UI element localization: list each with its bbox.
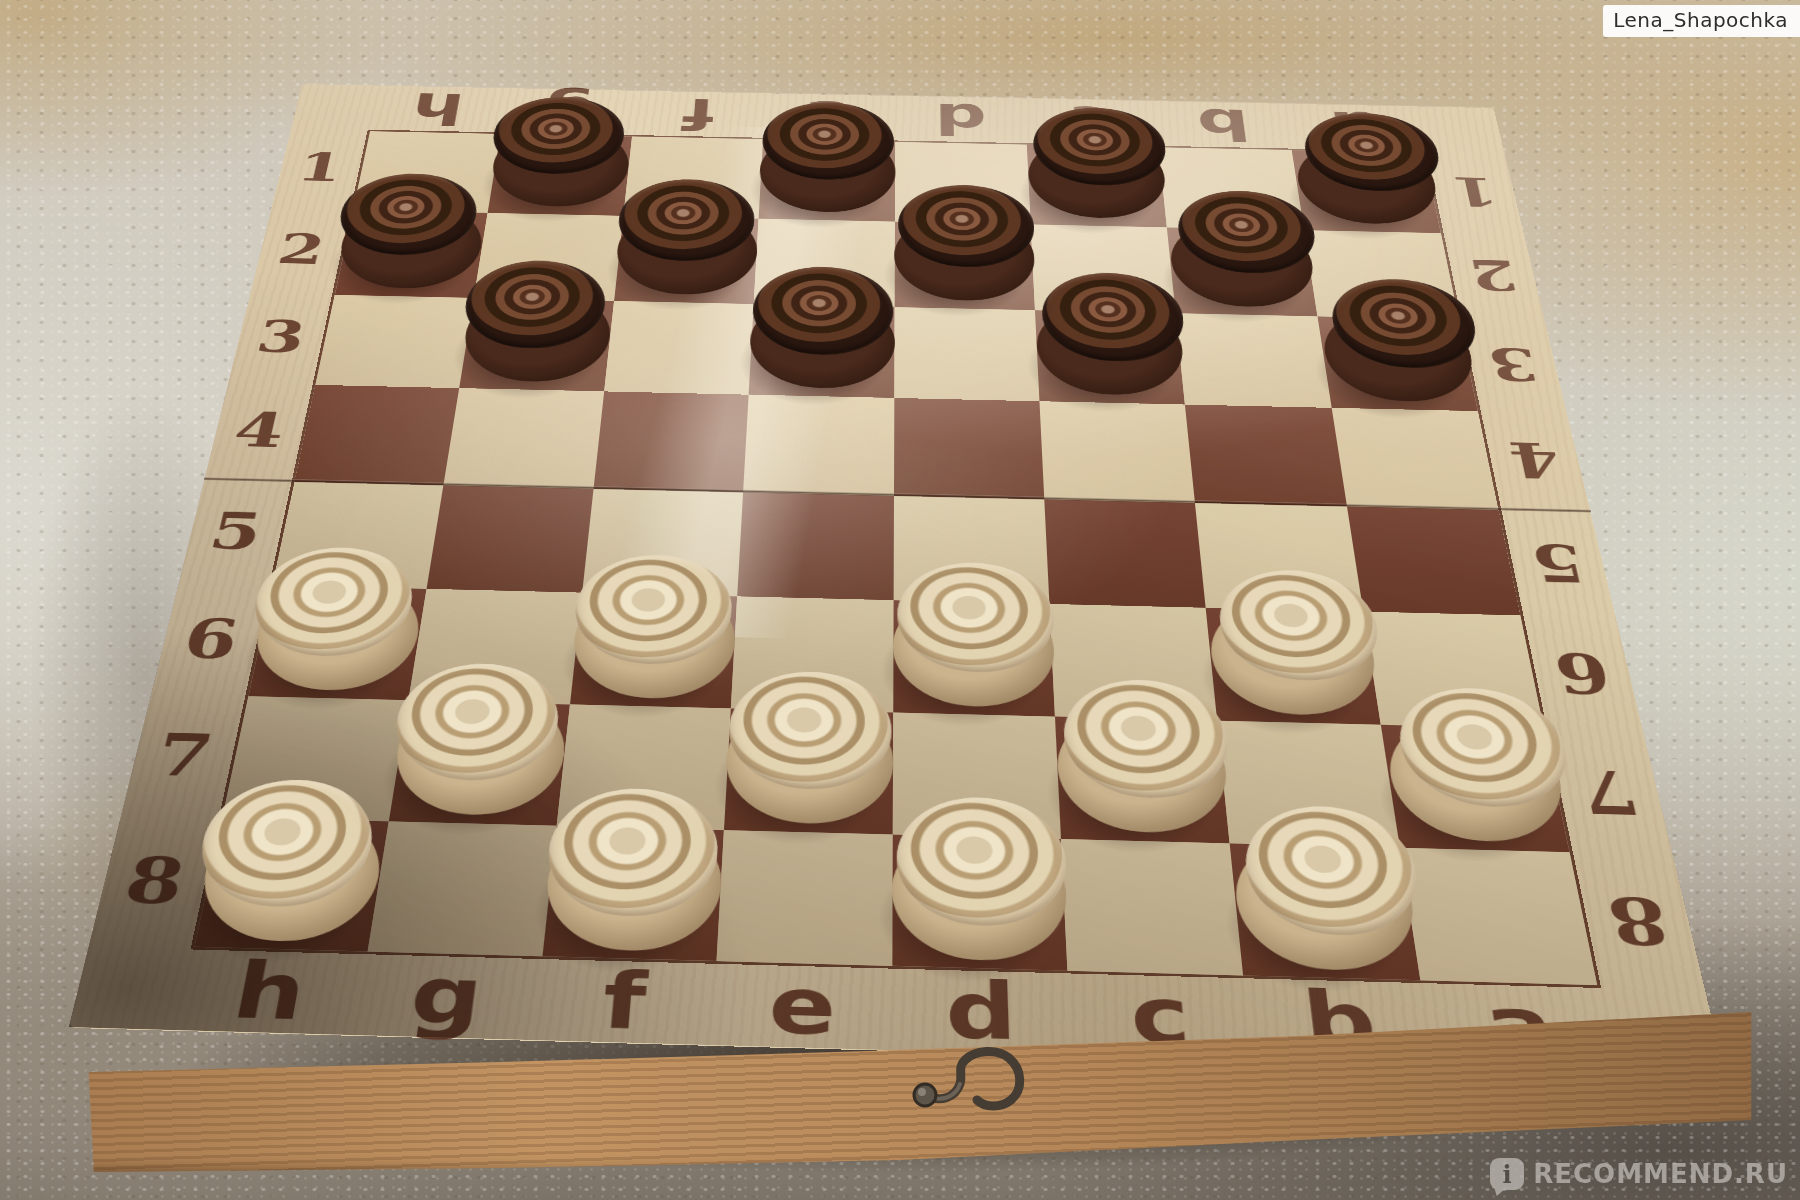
square-a3[interactable] xyxy=(1317,316,1478,411)
square-a8[interactable] xyxy=(1399,848,1597,986)
square-c7[interactable] xyxy=(1055,717,1230,843)
square-g8[interactable] xyxy=(368,821,556,956)
square-d4[interactable] xyxy=(894,398,1045,499)
dark-checker-d2[interactable] xyxy=(890,220,1038,313)
label-e: e xyxy=(711,963,892,1050)
light-checker-d6[interactable] xyxy=(888,597,1059,720)
square-h6[interactable] xyxy=(248,585,427,700)
label-b: b xyxy=(1156,101,1294,148)
square-h2[interactable] xyxy=(335,210,488,297)
light-checker-d8[interactable] xyxy=(887,831,1072,975)
speech-bubble-i-icon: i xyxy=(1490,1158,1524,1190)
light-checker-a7[interactable] xyxy=(1376,722,1575,856)
square-g1[interactable] xyxy=(488,134,632,216)
square-d8[interactable] xyxy=(892,834,1068,970)
dark-checker-e1[interactable] xyxy=(755,137,898,224)
square-h8[interactable] xyxy=(195,817,390,952)
square-e4[interactable] xyxy=(743,395,894,496)
light-checker-f6[interactable] xyxy=(565,590,742,712)
dark-checker-g1[interactable] xyxy=(484,132,636,219)
square-a1[interactable] xyxy=(1291,150,1441,233)
light-checker-f8[interactable] xyxy=(537,822,729,965)
username-watermark: Lena_Shapochka xyxy=(1603,5,1800,37)
square-c8[interactable] xyxy=(1061,839,1244,976)
square-a4[interactable] xyxy=(1331,408,1498,510)
checkers-board: 12345678 12345678 hgfedcba hgfedcba xyxy=(69,84,1725,1074)
square-a5[interactable] xyxy=(1347,506,1521,615)
square-f2[interactable] xyxy=(614,216,759,304)
dark-checker-f2[interactable] xyxy=(610,214,763,307)
square-c4[interactable] xyxy=(1039,401,1195,502)
square-c3[interactable] xyxy=(1035,310,1185,405)
metal-clasp-icon xyxy=(905,1032,1055,1124)
dark-checker-b2[interactable] xyxy=(1163,225,1321,318)
square-b4[interactable] xyxy=(1185,405,1346,506)
light-checker-h6[interactable] xyxy=(243,582,431,704)
square-d2[interactable] xyxy=(894,222,1035,310)
recommend-ru-text: RECOMMEND.RU xyxy=(1533,1159,1788,1189)
light-checker-c7[interactable] xyxy=(1050,714,1234,847)
square-f8[interactable] xyxy=(542,825,724,961)
square-c5[interactable] xyxy=(1044,499,1206,608)
square-f4[interactable] xyxy=(593,391,748,491)
square-g4[interactable] xyxy=(444,388,604,488)
square-f6[interactable] xyxy=(570,593,738,709)
light-checker-b6[interactable] xyxy=(1201,605,1385,729)
label-g: g xyxy=(352,953,540,1040)
square-e5[interactable] xyxy=(737,492,893,600)
light-checker-h8[interactable] xyxy=(189,813,394,955)
square-d3[interactable] xyxy=(894,307,1039,401)
photo-of-checkers-board: 12345678 12345678 hgfedcba hgfedcba Lena… xyxy=(0,0,1800,1200)
playing-field xyxy=(190,130,1601,988)
label-d: d xyxy=(895,95,1028,142)
dark-checker-c1[interactable] xyxy=(1023,143,1171,230)
perspective-scene: 12345678 12345678 hgfedcba hgfedcba xyxy=(0,0,1800,1200)
square-b8[interactable] xyxy=(1230,843,1420,980)
square-b3[interactable] xyxy=(1176,313,1332,408)
square-e1[interactable] xyxy=(759,139,895,222)
label-f: f xyxy=(631,90,765,137)
square-e7[interactable] xyxy=(724,709,893,835)
square-g5[interactable] xyxy=(427,485,593,593)
square-d6[interactable] xyxy=(893,600,1055,717)
label-h: h xyxy=(368,85,507,132)
light-checker-g7[interactable] xyxy=(384,697,574,829)
square-h3[interactable] xyxy=(315,295,474,388)
dark-checker-a3[interactable] xyxy=(1313,314,1482,414)
square-b6[interactable] xyxy=(1206,608,1381,725)
square-e3[interactable] xyxy=(749,304,894,398)
square-a7[interactable] xyxy=(1380,725,1569,852)
light-checker-e7[interactable] xyxy=(719,705,897,837)
square-f3[interactable] xyxy=(604,301,754,395)
square-g3[interactable] xyxy=(460,298,614,392)
dark-checker-h2[interactable] xyxy=(331,208,492,300)
square-e8[interactable] xyxy=(717,830,893,966)
square-h4[interactable] xyxy=(295,385,460,485)
square-b2[interactable] xyxy=(1167,228,1317,317)
square-g7[interactable] xyxy=(389,701,569,826)
square-c1[interactable] xyxy=(1027,145,1167,228)
recommend-ru-watermark: i RECOMMEND.RU xyxy=(1490,1158,1788,1190)
dark-checker-g3[interactable] xyxy=(455,295,618,394)
light-checker-b8[interactable] xyxy=(1225,840,1425,984)
dark-checker-c3[interactable] xyxy=(1031,308,1189,408)
dark-checker-e3[interactable] xyxy=(745,302,898,401)
